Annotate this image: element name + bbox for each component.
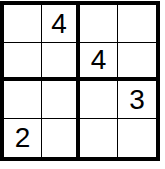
cell-r1c4[interactable] <box>118 5 156 43</box>
cell-r2c2[interactable] <box>42 43 80 81</box>
cell-r3c3[interactable] <box>80 81 118 119</box>
cell-r3c4[interactable]: 3 <box>118 81 156 119</box>
cell-r4c2[interactable] <box>42 119 80 157</box>
cell-r2c4[interactable] <box>118 43 156 81</box>
cell-r1c3[interactable] <box>80 5 118 43</box>
cell-r4c1[interactable]: 2 <box>4 119 42 157</box>
cell-r2c1[interactable] <box>4 43 42 81</box>
cell-r2c3[interactable]: 4 <box>80 43 118 81</box>
cell-r3c1[interactable] <box>4 81 42 119</box>
cell-r1c2[interactable]: 4 <box>42 5 80 43</box>
cell-r4c3[interactable] <box>80 119 118 157</box>
cell-r4c4[interactable] <box>118 119 156 157</box>
cell-r1c1[interactable] <box>4 5 42 43</box>
cell-r3c2[interactable] <box>42 81 80 119</box>
sudoku-board: 4 4 3 2 <box>0 1 160 161</box>
